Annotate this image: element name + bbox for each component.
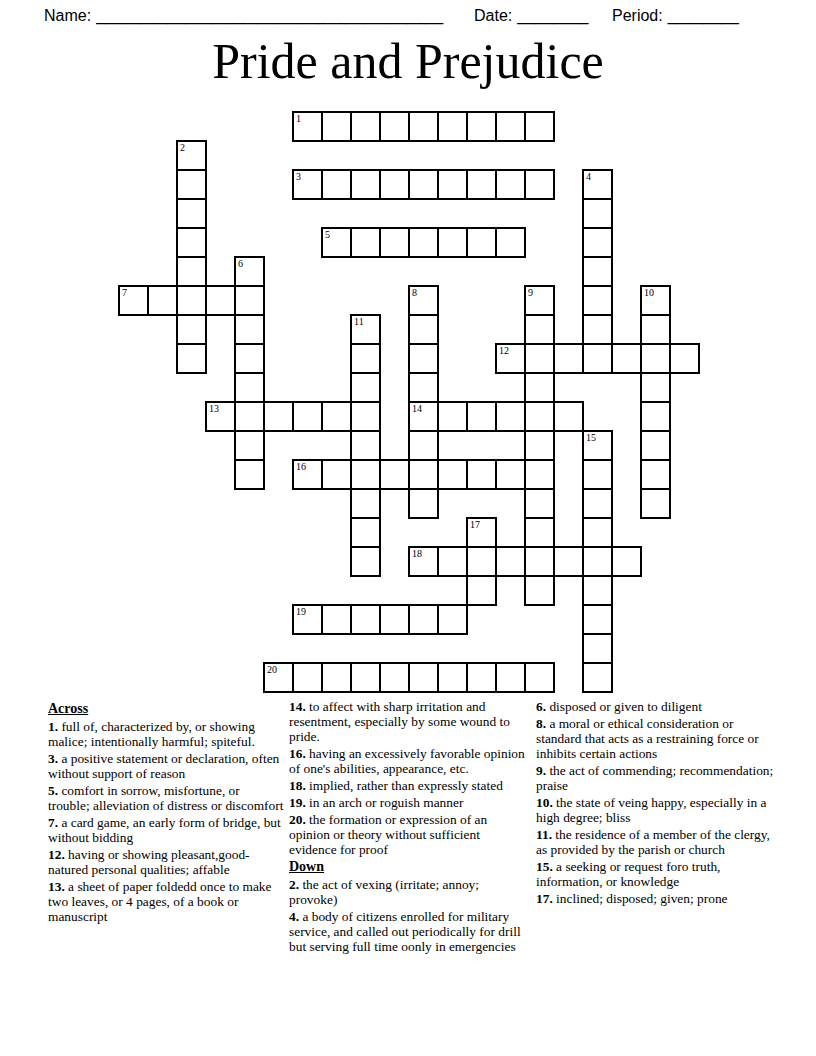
grid-cell-r14c8[interactable] [350, 517, 381, 548]
grid-cell-r8c15[interactable] [553, 343, 584, 374]
grid-cell-r12c16[interactable] [582, 459, 613, 490]
grid-cell-r2c7[interactable] [321, 169, 352, 200]
grid-cell-r19c8[interactable] [350, 662, 381, 693]
cell-number-9: 9 [528, 287, 533, 298]
grid-cell-r0c9[interactable] [379, 111, 410, 142]
grid-cell-r10c10[interactable]: 14 [408, 401, 439, 432]
grid-cell-r12c6[interactable]: 16 [292, 459, 323, 490]
clue-across-7: 7. a card game, an early form of bridge,… [48, 815, 284, 845]
grid-cell-r7c10[interactable] [408, 314, 439, 345]
grid-cell-r19c9[interactable] [379, 662, 410, 693]
grid-cell-r15c15[interactable] [553, 546, 584, 577]
clue-across-12: 12. having or showing pleasant,good-natu… [48, 847, 284, 877]
grid-cell-r0c14[interactable] [524, 111, 555, 142]
grid-cell-r11c8[interactable] [350, 430, 381, 461]
cell-number-12: 12 [499, 345, 509, 356]
grid-cell-r6c16[interactable] [582, 285, 613, 316]
grid-cell-r8c8[interactable] [350, 343, 381, 374]
grid-cell-r12c7[interactable] [321, 459, 352, 490]
grid-cell-r6c4[interactable] [234, 285, 265, 316]
grid-cell-r0c10[interactable] [408, 111, 439, 142]
grid-cell-r9c4[interactable] [234, 372, 265, 403]
cell-number-18: 18 [412, 548, 422, 559]
grid-cell-r6c14[interactable]: 9 [524, 285, 555, 316]
grid-cell-r11c16[interactable]: 15 [582, 430, 613, 461]
grid-cell-r8c2[interactable] [176, 343, 207, 374]
grid-cell-r13c14[interactable] [524, 488, 555, 519]
grid-cell-r10c3[interactable]: 13 [205, 401, 236, 432]
cell-number-13: 13 [209, 403, 219, 414]
grid-cell-r13c10[interactable] [408, 488, 439, 519]
clue-down-17: 17. inclined; disposed; given; prone [536, 891, 774, 906]
clue-down-10: 10. the state of veing happy, especially… [536, 795, 774, 825]
grid-cell-r15c8[interactable] [350, 546, 381, 577]
grid-cell-r12c10[interactable] [408, 459, 439, 490]
grid-cell-r2c11[interactable] [437, 169, 468, 200]
grid-cell-r13c16[interactable] [582, 488, 613, 519]
clue-column-1: Across1. full of, characterized by, or s… [48, 699, 284, 926]
grid-cell-r12c8[interactable] [350, 459, 381, 490]
cell-number-19: 19 [296, 606, 306, 617]
grid-cell-r7c2[interactable] [176, 314, 207, 345]
grid-cell-r10c15[interactable] [553, 401, 584, 432]
grid-cell-r10c5[interactable] [263, 401, 294, 432]
grid-cell-r5c4[interactable]: 6 [234, 256, 265, 287]
grid-cell-r9c14[interactable] [524, 372, 555, 403]
grid-cell-r4c2[interactable] [176, 227, 207, 258]
clue-across-3: 3. a positive statement or declaration, … [48, 751, 284, 781]
grid-cell-r0c11[interactable] [437, 111, 468, 142]
date-blank-line: ________ [517, 7, 588, 24]
grid-cell-r10c7[interactable] [321, 401, 352, 432]
clue-number: 13. [48, 879, 68, 894]
grid-cell-r4c13[interactable] [495, 227, 526, 258]
clue-across-13: 13. a sheet of paper foldedd once to mak… [48, 879, 284, 924]
grid-cell-r4c12[interactable] [466, 227, 497, 258]
grid-cell-r15c14[interactable] [524, 546, 555, 577]
grid-cell-r19c12[interactable] [466, 662, 497, 693]
grid-cell-r16c12[interactable] [466, 575, 497, 606]
clue-column-3: 6. disposed or given to diligent8. a mor… [536, 699, 774, 908]
grid-cell-r7c4[interactable] [234, 314, 265, 345]
grid-cell-r11c14[interactable] [524, 430, 555, 461]
grid-cell-r10c4[interactable] [234, 401, 265, 432]
grid-cell-r12c13[interactable] [495, 459, 526, 490]
clue-number: 11. [536, 827, 555, 842]
clue-number: 15. [536, 859, 556, 874]
grid-cell-r9c10[interactable] [408, 372, 439, 403]
cell-number-10: 10 [644, 287, 654, 298]
clue-number: 16. [289, 746, 309, 761]
grid-cell-r6c1[interactable] [147, 285, 178, 316]
puzzle-title: Pride and Prejudice [0, 33, 816, 89]
clue-number: 10. [536, 795, 556, 810]
cell-number-4: 4 [586, 171, 591, 182]
grid-cell-r0c13[interactable] [495, 111, 526, 142]
grid-cell-r7c8[interactable]: 11 [350, 314, 381, 345]
grid-cell-r19c11[interactable] [437, 662, 468, 693]
cell-number-16: 16 [296, 461, 306, 472]
grid-cell-r2c10[interactable] [408, 169, 439, 200]
grid-cell-r0c7[interactable] [321, 111, 352, 142]
clue-down-15: 15. a seeking or request foro truth, inf… [536, 859, 774, 889]
grid-cell-r10c18[interactable] [640, 401, 671, 432]
grid-cell-r10c11[interactable] [437, 401, 468, 432]
grid-cell-r4c16[interactable] [582, 227, 613, 258]
grid-cell-r14c14[interactable] [524, 517, 555, 548]
cell-number-11: 11 [354, 316, 364, 327]
grid-cell-r8c19[interactable] [669, 343, 700, 374]
cell-number-20: 20 [267, 664, 277, 675]
cell-number-3: 3 [296, 171, 301, 182]
grid-cell-r8c16[interactable] [582, 343, 613, 374]
cell-number-15: 15 [586, 432, 596, 443]
clue-number: 17. [536, 891, 556, 906]
grid-cell-r2c9[interactable] [379, 169, 410, 200]
cell-number-17: 17 [470, 519, 480, 530]
date-field: Date:________ [474, 7, 588, 25]
clue-number: 18. [289, 778, 309, 793]
cell-number-8: 8 [412, 287, 417, 298]
grid-cell-r4c10[interactable] [408, 227, 439, 258]
cell-number-1: 1 [296, 113, 301, 124]
grid-cell-r11c10[interactable] [408, 430, 439, 461]
clue-number: 2. [289, 877, 302, 892]
cell-number-2: 2 [180, 142, 185, 153]
clue-number: 8. [536, 716, 549, 731]
grid-cell-r1c2[interactable]: 2 [176, 140, 207, 171]
grid-cell-r8c18[interactable] [640, 343, 671, 374]
grid-cell-r10c14[interactable] [524, 401, 555, 432]
grid-cell-r8c13[interactable]: 12 [495, 343, 526, 374]
grid-cell-r19c10[interactable] [408, 662, 439, 693]
grid-cell-r6c0[interactable]: 7 [118, 285, 149, 316]
worksheet-page: { "header": { "name_label": "Name:", "na… [0, 0, 816, 1056]
grid-cell-r15c16[interactable] [582, 546, 613, 577]
crossword-grid: 1234567891011121314151617181920 [118, 111, 700, 693]
clue-across-19: 19. in an arch or roguish manner [289, 795, 529, 810]
grid-cell-r0c6[interactable]: 1 [292, 111, 323, 142]
cell-number-5: 5 [325, 229, 330, 240]
grid-cell-r19c7[interactable] [321, 662, 352, 693]
grid-cell-r17c9[interactable] [379, 604, 410, 635]
cell-number-7: 7 [122, 287, 127, 298]
grid-cell-r17c7[interactable] [321, 604, 352, 635]
grid-cell-r2c8[interactable] [350, 169, 381, 200]
grid-cell-r2c14[interactable] [524, 169, 555, 200]
clue-down-8: 8. a moral or ethical consideration or s… [536, 716, 774, 761]
grid-cell-r14c12[interactable]: 17 [466, 517, 497, 548]
grid-cell-r9c18[interactable] [640, 372, 671, 403]
clue-number: 7. [48, 815, 61, 830]
clues-header-across: Across [48, 701, 284, 716]
grid-cell-r7c18[interactable] [640, 314, 671, 345]
grid-cell-r15c12[interactable] [466, 546, 497, 577]
grid-cell-r12c9[interactable] [379, 459, 410, 490]
clue-across-18: 18. implied, rather than expressly state… [289, 778, 529, 793]
grid-cell-r4c11[interactable] [437, 227, 468, 258]
grid-cell-r16c16[interactable] [582, 575, 613, 606]
grid-cell-r15c10[interactable]: 18 [408, 546, 439, 577]
clue-across-1: 1. full of, characterized by, or showing… [48, 719, 284, 749]
clue-number: 5. [48, 783, 61, 798]
clue-number: 19. [289, 795, 309, 810]
grid-cell-r8c10[interactable] [408, 343, 439, 374]
name-field: Name:___________________________________… [44, 7, 443, 25]
grid-cell-r4c8[interactable] [350, 227, 381, 258]
grid-cell-r10c6[interactable] [292, 401, 323, 432]
grid-cell-r5c16[interactable] [582, 256, 613, 287]
clue-across-16: 16. having an excessively favorable opin… [289, 746, 529, 776]
grid-cell-r3c2[interactable] [176, 198, 207, 229]
grid-cell-r12c4[interactable] [234, 459, 265, 490]
grid-cell-r14c16[interactable] [582, 517, 613, 548]
grid-cell-r17c10[interactable] [408, 604, 439, 635]
grid-cell-r13c8[interactable] [350, 488, 381, 519]
clue-number: 1. [48, 719, 61, 734]
clue-number: 4. [289, 909, 302, 924]
grid-cell-r12c11[interactable] [437, 459, 468, 490]
cell-number-6: 6 [238, 258, 243, 269]
grid-cell-r0c12[interactable] [466, 111, 497, 142]
period-label: Period: [612, 7, 663, 24]
grid-cell-r10c13[interactable] [495, 401, 526, 432]
grid-cell-r8c17[interactable] [611, 343, 642, 374]
grid-cell-r4c9[interactable] [379, 227, 410, 258]
clue-number: 20. [289, 812, 309, 827]
grid-cell-r7c14[interactable] [524, 314, 555, 345]
clue-number: 12. [48, 847, 68, 862]
grid-cell-r2c13[interactable] [495, 169, 526, 200]
grid-cell-r13c18[interactable] [640, 488, 671, 519]
period-blank-line: ________ [668, 7, 739, 24]
clue-number: 9. [536, 763, 549, 778]
clue-across-14: 14. to affect with sharp irritation and … [289, 699, 529, 744]
grid-cell-r6c2[interactable] [176, 285, 207, 316]
grid-cell-r6c18[interactable]: 10 [640, 285, 671, 316]
grid-cell-r2c2[interactable] [176, 169, 207, 200]
grid-cell-r10c8[interactable] [350, 401, 381, 432]
clue-number: 14. [289, 699, 309, 714]
grid-cell-r17c6[interactable]: 19 [292, 604, 323, 635]
clue-number: 3. [48, 751, 61, 766]
grid-cell-r19c6[interactable] [292, 662, 323, 693]
grid-cell-r12c14[interactable] [524, 459, 555, 490]
grid-cell-r9c8[interactable] [350, 372, 381, 403]
grid-cell-r15c11[interactable] [437, 546, 468, 577]
clue-column-2: 14. to affect with sharp irritation and … [289, 699, 529, 956]
grid-cell-r11c18[interactable] [640, 430, 671, 461]
grid-cell-r3c16[interactable] [582, 198, 613, 229]
grid-cell-r19c14[interactable] [524, 662, 555, 693]
grid-cell-r17c11[interactable] [437, 604, 468, 635]
grid-cell-r2c12[interactable] [466, 169, 497, 200]
grid-cell-r19c16[interactable] [582, 662, 613, 693]
grid-cell-r2c16[interactable]: 4 [582, 169, 613, 200]
clues-header-down: Down [289, 859, 529, 874]
name-blank-line: _______________________________________ [96, 7, 443, 24]
name-label: Name: [44, 7, 91, 24]
period-field: Period:________ [612, 7, 739, 25]
grid-cell-r12c18[interactable] [640, 459, 671, 490]
grid-cell-r5c2[interactable] [176, 256, 207, 287]
grid-cell-r12c12[interactable] [466, 459, 497, 490]
grid-cell-r19c13[interactable] [495, 662, 526, 693]
grid-cell-r8c14[interactable] [524, 343, 555, 374]
grid-cell-r17c8[interactable] [350, 604, 381, 635]
grid-cell-r0c8[interactable] [350, 111, 381, 142]
clue-across-5: 5. comfort in sorrow, misfortune, or tro… [48, 783, 284, 813]
grid-cell-r6c3[interactable] [205, 285, 236, 316]
grid-cell-r16c14[interactable] [524, 575, 555, 606]
grid-cell-r15c13[interactable] [495, 546, 526, 577]
clue-down-9: 9. the act of commending; recommendation… [536, 763, 774, 793]
clue-number: 6. [536, 699, 549, 714]
grid-cell-r18c16[interactable] [582, 633, 613, 664]
clue-across-20: 20. the formation or expression of an op… [289, 812, 529, 857]
clue-down-2: 2. the act of vexing (irritate; annoy; p… [289, 877, 529, 907]
grid-cell-r17c16[interactable] [582, 604, 613, 635]
grid-cell-r15c17[interactable] [611, 546, 642, 577]
date-label: Date: [474, 7, 512, 24]
grid-cell-r7c16[interactable] [582, 314, 613, 345]
clue-down-6: 6. disposed or given to diligent [536, 699, 774, 714]
clue-down-11: 11. the residence of a member of the cle… [536, 827, 774, 857]
grid-cell-r8c4[interactable] [234, 343, 265, 374]
grid-cell-r11c4[interactable] [234, 430, 265, 461]
grid-cell-r6c10[interactable]: 8 [408, 285, 439, 316]
cell-number-14: 14 [412, 403, 422, 414]
grid-cell-r4c7[interactable]: 5 [321, 227, 352, 258]
grid-cell-r19c5[interactable]: 20 [263, 662, 294, 693]
grid-cell-r10c12[interactable] [466, 401, 497, 432]
clue-down-4: 4. a body of citizens enrolled for milit… [289, 909, 529, 954]
grid-cell-r2c6[interactable]: 3 [292, 169, 323, 200]
